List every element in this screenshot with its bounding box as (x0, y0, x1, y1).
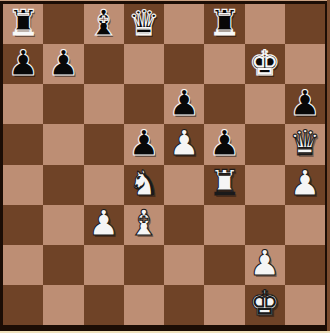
square-c2[interactable] (84, 245, 124, 285)
square-b5[interactable] (43, 124, 83, 164)
square-g7[interactable]: ♚ (245, 44, 285, 84)
black-rook-piece[interactable]: ♜ (7, 6, 38, 41)
square-b1[interactable] (43, 285, 83, 325)
square-a5[interactable] (3, 124, 43, 164)
square-g3[interactable] (245, 205, 285, 245)
square-c8[interactable]: ♝ (84, 4, 124, 44)
board-frame-top-edge (0, 0, 330, 1)
square-d1[interactable] (124, 285, 164, 325)
square-a1[interactable] (3, 285, 43, 325)
square-e2[interactable] (164, 245, 204, 285)
square-d4[interactable]: ♞ (124, 165, 164, 205)
square-b4[interactable] (43, 165, 83, 205)
square-f8[interactable]: ♜ (204, 4, 244, 44)
white-queen-piece[interactable]: ♛ (289, 126, 320, 161)
black-pawn-piece[interactable]: ♟ (289, 86, 320, 121)
square-b7[interactable]: ♟ (43, 44, 83, 84)
square-e4[interactable] (164, 165, 204, 205)
black-pawn-piece[interactable]: ♟ (168, 86, 199, 121)
black-pawn-piece[interactable]: ♟ (128, 126, 159, 161)
white-pawn-piece[interactable]: ♟ (289, 166, 320, 201)
white-bishop-piece[interactable]: ♝ (128, 206, 159, 241)
square-e5[interactable]: ♟ (164, 124, 204, 164)
square-g8[interactable] (245, 4, 285, 44)
square-f7[interactable] (204, 44, 244, 84)
square-e3[interactable] (164, 205, 204, 245)
black-bishop-piece[interactable]: ♝ (88, 6, 119, 41)
black-pawn-piece[interactable]: ♟ (48, 46, 79, 81)
square-h3[interactable] (285, 205, 325, 245)
square-c7[interactable] (84, 44, 124, 84)
square-g6[interactable] (245, 84, 285, 124)
square-a8[interactable]: ♜ (3, 4, 43, 44)
white-pawn-piece[interactable]: ♟ (249, 246, 280, 281)
square-h1[interactable] (285, 285, 325, 325)
square-c6[interactable] (84, 84, 124, 124)
chess-board-window: ♜♝♛♜♟♟♚♟♟♟♟♟♛♞♜♟♟♝♟♚ (0, 0, 330, 333)
square-f2[interactable] (204, 245, 244, 285)
black-pawn-piece[interactable]: ♟ (209, 126, 240, 161)
square-a4[interactable] (3, 165, 43, 205)
square-e1[interactable] (164, 285, 204, 325)
square-d5[interactable]: ♟ (124, 124, 164, 164)
square-d3[interactable]: ♝ (124, 205, 164, 245)
square-e7[interactable] (164, 44, 204, 84)
square-b3[interactable] (43, 205, 83, 245)
square-d6[interactable] (124, 84, 164, 124)
square-h8[interactable] (285, 4, 325, 44)
square-h2[interactable] (285, 245, 325, 285)
square-b2[interactable] (43, 245, 83, 285)
black-queen-piece[interactable]: ♛ (128, 6, 159, 41)
white-pawn-piece[interactable]: ♟ (88, 206, 119, 241)
black-king-piece[interactable]: ♚ (249, 46, 280, 81)
white-pawn-piece[interactable]: ♟ (168, 126, 199, 161)
square-h4[interactable]: ♟ (285, 165, 325, 205)
square-h6[interactable]: ♟ (285, 84, 325, 124)
square-h5[interactable]: ♛ (285, 124, 325, 164)
square-e6[interactable]: ♟ (164, 84, 204, 124)
black-rook-piece[interactable]: ♜ (209, 6, 240, 41)
square-g5[interactable] (245, 124, 285, 164)
square-c4[interactable] (84, 165, 124, 205)
square-g1[interactable]: ♚ (245, 285, 285, 325)
square-e8[interactable] (164, 4, 204, 44)
black-pawn-piece[interactable]: ♟ (7, 46, 38, 81)
square-g4[interactable] (245, 165, 285, 205)
square-g2[interactable]: ♟ (245, 245, 285, 285)
square-b8[interactable] (43, 4, 83, 44)
chess-board[interactable]: ♜♝♛♜♟♟♚♟♟♟♟♟♛♞♜♟♟♝♟♚ (3, 4, 325, 325)
square-a3[interactable] (3, 205, 43, 245)
white-knight-piece[interactable]: ♞ (128, 166, 159, 201)
white-rook-piece[interactable]: ♜ (209, 166, 240, 201)
square-f5[interactable]: ♟ (204, 124, 244, 164)
square-h7[interactable] (285, 44, 325, 84)
square-a7[interactable]: ♟ (3, 44, 43, 84)
square-f1[interactable] (204, 285, 244, 325)
white-king-piece[interactable]: ♚ (249, 286, 280, 321)
square-d2[interactable] (124, 245, 164, 285)
square-d8[interactable]: ♛ (124, 4, 164, 44)
square-c1[interactable] (84, 285, 124, 325)
square-c3[interactable]: ♟ (84, 205, 124, 245)
square-a2[interactable] (3, 245, 43, 285)
square-d7[interactable] (124, 44, 164, 84)
square-f6[interactable] (204, 84, 244, 124)
square-f4[interactable]: ♜ (204, 165, 244, 205)
square-f3[interactable] (204, 205, 244, 245)
square-c5[interactable] (84, 124, 124, 164)
square-a6[interactable] (3, 84, 43, 124)
square-b6[interactable] (43, 84, 83, 124)
